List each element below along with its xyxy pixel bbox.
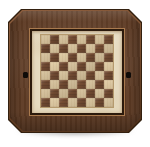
square-g3[interactable] — [95, 80, 104, 89]
square-c1[interactable] — [59, 98, 68, 107]
square-e4[interactable] — [77, 71, 86, 80]
square-f1[interactable] — [86, 98, 95, 107]
square-d2[interactable] — [68, 89, 77, 98]
square-a7[interactable] — [41, 44, 50, 53]
square-g1[interactable] — [95, 98, 104, 107]
square-h5[interactable] — [104, 62, 113, 71]
square-f3[interactable] — [86, 80, 95, 89]
square-f6[interactable] — [86, 53, 95, 62]
square-h8[interactable] — [104, 35, 113, 44]
square-c5[interactable] — [59, 62, 68, 71]
square-b5[interactable] — [50, 62, 59, 71]
square-h2[interactable] — [104, 89, 113, 98]
square-c6[interactable] — [59, 53, 68, 62]
square-b1[interactable] — [50, 98, 59, 107]
square-g2[interactable] — [95, 89, 104, 98]
square-a1[interactable] — [41, 98, 50, 107]
square-c2[interactable] — [59, 89, 68, 98]
square-c7[interactable] — [59, 44, 68, 53]
square-h6[interactable] — [104, 53, 113, 62]
square-g5[interactable] — [95, 62, 104, 71]
square-h3[interactable] — [104, 80, 113, 89]
square-b4[interactable] — [50, 71, 59, 80]
square-d5[interactable] — [68, 62, 77, 71]
square-e2[interactable] — [77, 89, 86, 98]
square-b6[interactable] — [50, 53, 59, 62]
square-c3[interactable] — [59, 80, 68, 89]
square-f8[interactable] — [86, 35, 95, 44]
square-b2[interactable] — [50, 89, 59, 98]
board-recess — [29, 28, 125, 116]
square-h4[interactable] — [104, 71, 113, 80]
board-margin-panel — [32, 31, 122, 113]
square-e7[interactable] — [77, 44, 86, 53]
square-b8[interactable] — [50, 35, 59, 44]
square-d1[interactable] — [68, 98, 77, 107]
square-d6[interactable] — [68, 53, 77, 62]
square-f7[interactable] — [86, 44, 95, 53]
square-a8[interactable] — [41, 35, 50, 44]
square-b7[interactable] — [50, 44, 59, 53]
square-f2[interactable] — [86, 89, 95, 98]
square-a6[interactable] — [41, 53, 50, 62]
square-f4[interactable] — [86, 71, 95, 80]
square-d8[interactable] — [68, 35, 77, 44]
square-e5[interactable] — [77, 62, 86, 71]
square-b3[interactable] — [50, 80, 59, 89]
square-d7[interactable] — [68, 44, 77, 53]
square-a5[interactable] — [41, 62, 50, 71]
side-latch-right-icon — [126, 72, 131, 78]
table-top — [8, 9, 142, 133]
square-d4[interactable] — [68, 71, 77, 80]
square-e6[interactable] — [77, 53, 86, 62]
square-a2[interactable] — [41, 89, 50, 98]
chess-board — [40, 34, 114, 108]
square-a3[interactable] — [41, 80, 50, 89]
square-c4[interactable] — [59, 71, 68, 80]
square-g8[interactable] — [95, 35, 104, 44]
square-h7[interactable] — [104, 44, 113, 53]
square-e1[interactable] — [77, 98, 86, 107]
square-g4[interactable] — [95, 71, 104, 80]
square-g6[interactable] — [95, 53, 104, 62]
square-h1[interactable] — [104, 98, 113, 107]
table-wood-frame — [10, 11, 140, 131]
square-a4[interactable] — [41, 71, 50, 80]
square-g7[interactable] — [95, 44, 104, 53]
side-latch-left-icon — [23, 72, 28, 78]
square-d3[interactable] — [68, 80, 77, 89]
square-e8[interactable] — [77, 35, 86, 44]
square-c8[interactable] — [59, 35, 68, 44]
chess-table-photo — [0, 0, 150, 147]
square-e3[interactable] — [77, 80, 86, 89]
square-f5[interactable] — [86, 62, 95, 71]
